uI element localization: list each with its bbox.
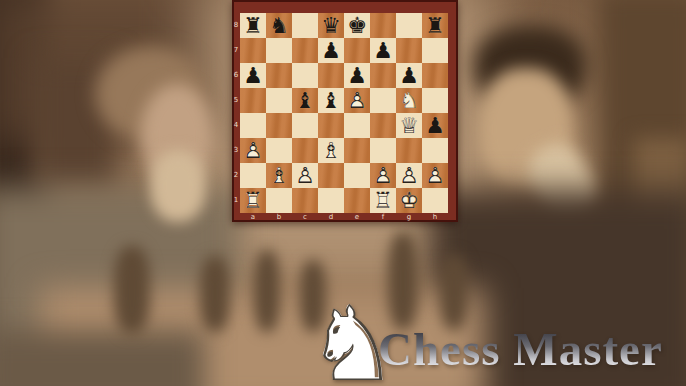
piece-black-P: ♟ xyxy=(370,38,396,63)
rank-label-4: 4 xyxy=(232,113,240,138)
square-b5 xyxy=(266,88,292,113)
square-a6: ♟ xyxy=(240,63,266,88)
piece-black-B: ♝ xyxy=(318,88,344,113)
square-c5: ♝ xyxy=(292,88,318,113)
file-labels: abcdefgh xyxy=(240,213,448,222)
square-d1 xyxy=(318,188,344,213)
square-f6 xyxy=(370,63,396,88)
square-d2 xyxy=(318,163,344,188)
piece-white-B-outline: ♗ xyxy=(318,138,344,163)
square-c2: ♟♙ xyxy=(292,163,318,188)
square-c4 xyxy=(292,113,318,138)
left-player-hair xyxy=(95,46,207,142)
piece-black-N: ♞ xyxy=(266,13,292,38)
left-player-face xyxy=(140,84,214,190)
piece-white-R-outline: ♖ xyxy=(370,188,396,213)
square-h7 xyxy=(422,38,448,63)
rank-label-3: 3 xyxy=(232,138,240,163)
square-g4: ♛♕ xyxy=(396,113,422,138)
square-d7: ♟ xyxy=(318,38,344,63)
piece-black-P: ♟ xyxy=(240,63,266,88)
square-d5: ♝ xyxy=(318,88,344,113)
right-player-hair xyxy=(474,26,586,108)
file-label-b: b xyxy=(266,213,292,222)
square-e7 xyxy=(344,38,370,63)
board-grid: ♜♞♛♚♜♟♟♟♟♟♝♝♟♙♞♘♛♕♟♟♙♝♗♝♗♟♙♟♙♟♙♟♙♜♖♜♖♚♔ xyxy=(240,13,448,213)
square-h6 xyxy=(422,63,448,88)
rank-labels: 87654321 xyxy=(232,13,240,213)
file-label-a: a xyxy=(240,213,266,222)
piece-black-R: ♜ xyxy=(240,13,266,38)
photo-left-dark-edge xyxy=(0,0,48,386)
brand-title: Chess Master xyxy=(378,322,663,376)
photo-blurred-piece xyxy=(200,256,230,332)
square-a3: ♟♙ xyxy=(240,138,266,163)
file-label-d: d xyxy=(318,213,344,222)
square-c7 xyxy=(292,38,318,63)
file-label-e: e xyxy=(344,213,370,222)
square-e2 xyxy=(344,163,370,188)
piece-black-R: ♜ xyxy=(422,13,448,38)
photo-top-left-background xyxy=(0,0,253,146)
square-h4: ♟ xyxy=(422,113,448,138)
video-thumbnail: 87654321 ♜♞♛♚♜♟♟♟♟♟♝♝♟♙♞♘♛♕♟♟♙♝♗♝♗♟♙♟♙♟♙… xyxy=(0,0,686,386)
piece-white-P-outline: ♙ xyxy=(344,88,370,113)
piece-black-P: ♟ xyxy=(422,113,448,138)
photo-blurred-piece xyxy=(440,254,468,330)
square-e4 xyxy=(344,113,370,138)
piece-white-N-outline: ♘ xyxy=(396,88,422,113)
square-f3 xyxy=(370,138,396,163)
file-label-f: f xyxy=(370,213,396,222)
piece-white-P-outline: ♙ xyxy=(292,163,318,188)
piece-black-P: ♟ xyxy=(344,63,370,88)
rank-label-7: 7 xyxy=(232,38,240,63)
square-f7: ♟ xyxy=(370,38,396,63)
file-label-h: h xyxy=(422,213,448,222)
piece-white-P-outline: ♙ xyxy=(422,163,448,188)
left-player-collar xyxy=(150,150,206,222)
square-h8: ♜ xyxy=(422,13,448,38)
square-d3: ♝♗ xyxy=(318,138,344,163)
square-c6 xyxy=(292,63,318,88)
rank-label-8: 8 xyxy=(232,13,240,38)
square-f8 xyxy=(370,13,396,38)
square-g5: ♞♘ xyxy=(396,88,422,113)
square-b6 xyxy=(266,63,292,88)
square-g2: ♟♙ xyxy=(396,163,422,188)
photo-blurred-piece xyxy=(114,246,150,334)
photo-bottom-left-shade xyxy=(0,330,205,386)
square-b2: ♝♗ xyxy=(266,163,292,188)
piece-white-P-outline: ♙ xyxy=(396,163,422,188)
rank-label-2: 2 xyxy=(232,163,240,188)
right-player-face xyxy=(478,68,574,190)
chess-board: 87654321 ♜♞♛♚♜♟♟♟♟♟♝♝♟♙♞♘♛♕♟♟♙♝♗♝♗♟♙♟♙♟♙… xyxy=(232,0,458,222)
rank-label-6: 6 xyxy=(232,63,240,88)
square-g3 xyxy=(396,138,422,163)
square-b3 xyxy=(266,138,292,163)
square-g8 xyxy=(396,13,422,38)
square-f4 xyxy=(370,113,396,138)
square-a4 xyxy=(240,113,266,138)
piece-white-B-outline: ♗ xyxy=(266,163,292,188)
square-e3 xyxy=(344,138,370,163)
file-label-c: c xyxy=(292,213,318,222)
square-d6 xyxy=(318,63,344,88)
square-b4 xyxy=(266,113,292,138)
square-a2 xyxy=(240,163,266,188)
square-f5 xyxy=(370,88,396,113)
piece-black-B: ♝ xyxy=(292,88,318,113)
piece-white-Q-outline: ♕ xyxy=(396,113,422,138)
square-h3 xyxy=(422,138,448,163)
square-a7 xyxy=(240,38,266,63)
square-c3 xyxy=(292,138,318,163)
square-g7 xyxy=(396,38,422,63)
piece-black-P: ♟ xyxy=(318,38,344,63)
square-f1: ♜♖ xyxy=(370,188,396,213)
square-h1 xyxy=(422,188,448,213)
photo-right-wood-panel xyxy=(598,0,686,263)
square-d4 xyxy=(318,113,344,138)
square-d8: ♛ xyxy=(318,13,344,38)
file-label-g: g xyxy=(396,213,422,222)
square-e6: ♟ xyxy=(344,63,370,88)
square-e8: ♚ xyxy=(344,13,370,38)
square-a8: ♜ xyxy=(240,13,266,38)
square-c1 xyxy=(292,188,318,213)
left-player-body xyxy=(0,186,240,386)
piece-black-Q: ♛ xyxy=(318,13,344,38)
square-b8: ♞ xyxy=(266,13,292,38)
rank-label-5: 5 xyxy=(232,88,240,113)
square-b1 xyxy=(266,188,292,213)
square-g1: ♚♔ xyxy=(396,188,422,213)
square-h2: ♟♙ xyxy=(422,163,448,188)
piece-black-P: ♟ xyxy=(396,63,422,88)
photo-right-panel-highlight xyxy=(634,138,686,303)
piece-white-R-outline: ♖ xyxy=(240,188,266,213)
square-h5 xyxy=(422,88,448,113)
square-a5 xyxy=(240,88,266,113)
square-e5: ♟♙ xyxy=(344,88,370,113)
photo-blurred-piece xyxy=(254,250,280,332)
rank-label-1: 1 xyxy=(232,188,240,213)
square-f2: ♟♙ xyxy=(370,163,396,188)
square-e1 xyxy=(344,188,370,213)
photo-left-shadow xyxy=(34,58,118,192)
square-g6: ♟ xyxy=(396,63,422,88)
square-c8 xyxy=(292,13,318,38)
right-player-collar xyxy=(519,135,604,228)
piece-white-P-outline: ♙ xyxy=(240,138,266,163)
piece-white-K-outline: ♔ xyxy=(396,188,422,213)
piece-black-K: ♚ xyxy=(344,13,370,38)
square-a1: ♜♖ xyxy=(240,188,266,213)
square-b7 xyxy=(266,38,292,63)
piece-white-P-outline: ♙ xyxy=(370,163,396,188)
